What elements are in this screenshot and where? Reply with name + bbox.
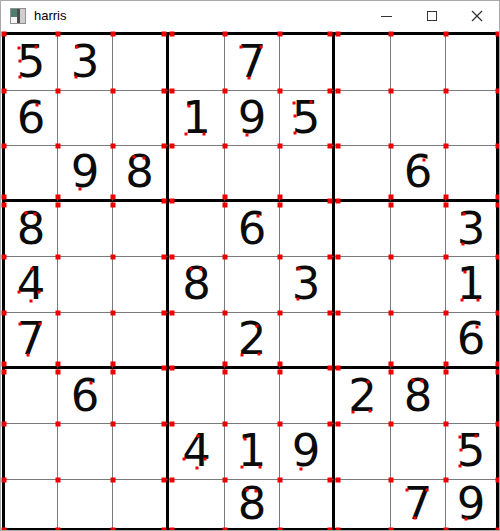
digit: 8 [17, 206, 46, 251]
digit: 8 [404, 373, 433, 418]
minimize-button[interactable] [364, 1, 409, 31]
digit-corner-mark [459, 465, 462, 468]
digit-corner-mark [190, 267, 193, 270]
digit: 9 [71, 149, 100, 194]
cell-r9c3 [113, 480, 169, 528]
cell-r3c7 [335, 146, 391, 202]
digit-corner-mark [411, 379, 414, 382]
cell-r5c9: 1 [446, 257, 496, 313]
digit: 6 [457, 316, 486, 361]
digit-corner-mark [239, 45, 242, 48]
cell-r5c1: 4 [5, 257, 58, 313]
digit-corner-mark [297, 268, 300, 271]
digit-corner-mark [204, 458, 207, 461]
cell-r6c9: 6 [446, 313, 496, 369]
cell-r1c5: 7 [225, 35, 280, 91]
digit-corner-mark [414, 516, 417, 519]
cell-r1c1: 5 [5, 35, 58, 91]
cell-r7c1 [5, 369, 58, 424]
cell-r2c6: 5 [280, 91, 335, 146]
cell-r1c7 [335, 35, 391, 91]
digit-corner-mark [293, 131, 296, 134]
cell-r9c9: 9 [446, 480, 496, 528]
digit: 6 [17, 95, 46, 140]
digit-corner-mark [248, 77, 251, 80]
digit: 6 [71, 373, 100, 418]
digit: 9 [457, 481, 486, 526]
cell-r2c2 [58, 91, 113, 146]
digit-corner-mark [24, 212, 27, 215]
cell-r2c1: 6 [5, 91, 58, 146]
cell-r9c6 [280, 480, 335, 528]
cell-r5c5 [225, 257, 280, 313]
digit-corner-mark [199, 268, 202, 271]
digit-corner-mark [75, 76, 78, 79]
cell-r8c6: 9 [280, 424, 335, 480]
maximize-icon [427, 11, 437, 21]
digit-corner-mark [78, 187, 81, 190]
cell-r4c4 [169, 202, 225, 257]
cell-r5c6: 3 [280, 257, 335, 313]
cell-r3c1 [5, 146, 58, 202]
digit-corner-mark [195, 467, 198, 470]
digit-corner-mark [35, 45, 38, 48]
cell-r3c8: 6 [391, 146, 446, 202]
digit-corner-mark [142, 156, 145, 159]
cell-r4c1: 8 [5, 202, 58, 257]
cell-r5c4: 8 [169, 257, 225, 313]
close-button[interactable] [454, 1, 499, 31]
cell-r1c2: 3 [58, 35, 113, 91]
digit-corner-mark [260, 45, 263, 48]
cell-r8c2 [58, 424, 113, 480]
digit-corner-mark [462, 242, 465, 245]
cell-r8c1 [5, 424, 58, 480]
digit-corner-mark [19, 59, 22, 62]
digit-corner-mark [188, 104, 191, 107]
cell-r8c9: 5 [446, 424, 496, 480]
window-title: harris [34, 1, 364, 31]
digit-corner-mark [423, 158, 426, 161]
cell-r8c4: 4 [169, 424, 225, 480]
digit-corner-mark [18, 46, 21, 49]
cell-r3c5 [225, 146, 280, 202]
digit-corner-mark [182, 457, 185, 460]
cell-r7c5 [225, 369, 280, 424]
digit-corner-mark [196, 435, 199, 438]
cell-r9c4 [169, 480, 225, 528]
digit-corner-mark [240, 466, 243, 469]
cell-r6c3 [113, 313, 169, 369]
cell-r4c5: 6 [225, 202, 280, 257]
cell-r3c9 [446, 146, 496, 202]
cell-r9c8: 7 [391, 480, 446, 528]
cell-r2c7 [335, 91, 391, 146]
cell-r7c6 [280, 369, 335, 424]
digit: 9 [238, 95, 267, 140]
cell-r4c7 [335, 202, 391, 257]
app-window: harris 537619598686348317266284195879 [0, 0, 500, 531]
digit-corner-mark [257, 215, 260, 218]
cell-r6c6 [280, 313, 335, 369]
cell-r9c2 [58, 480, 113, 528]
cell-r9c1 [5, 480, 58, 528]
cell-r2c5: 9 [225, 91, 280, 146]
cell-r2c3 [113, 91, 169, 146]
digit-corner-mark [459, 448, 462, 451]
digit: 9 [292, 428, 321, 473]
cell-r2c8 [391, 91, 446, 146]
cell-r6c1: 7 [5, 313, 58, 369]
digit-corner-mark [243, 437, 246, 440]
digit-corner-mark [475, 434, 478, 437]
digit-corner-mark [245, 489, 248, 492]
digit-corner-mark [293, 102, 296, 105]
cell-r7c3 [113, 369, 169, 424]
cell-r2c4: 1 [169, 91, 225, 146]
image-canvas: 537619598686348317266284195879 [1, 31, 499, 530]
cell-r4c8 [391, 202, 446, 257]
cell-r4c9: 3 [446, 202, 496, 257]
digit-corner-mark [256, 324, 259, 327]
digit-corner-mark [426, 489, 429, 492]
digit-corner-mark [367, 380, 370, 383]
digit-corner-mark [76, 46, 79, 49]
maximize-button[interactable] [409, 1, 454, 31]
cell-r1c3 [113, 35, 169, 91]
cell-r5c7 [335, 257, 391, 313]
digit-corner-mark [258, 353, 261, 356]
cell-r3c3: 8 [113, 146, 169, 202]
sudoku-board: 537619598686348317266284195879 [2, 32, 499, 530]
digit-corner-mark [258, 466, 261, 469]
digit-corner-mark [31, 268, 34, 271]
digit-corner-mark [30, 300, 33, 303]
digit-corner-mark [133, 156, 136, 159]
digit: 8 [238, 481, 267, 526]
cell-r8c7 [335, 424, 391, 480]
close-icon [471, 10, 483, 22]
digit-corner-mark [27, 353, 30, 356]
digit-corner-mark [294, 115, 297, 118]
digit-corner-mark [421, 379, 424, 382]
digit-corner-mark [18, 76, 21, 79]
app-icon [10, 8, 26, 24]
digit-corner-mark [90, 382, 93, 385]
digit: 8 [125, 149, 154, 194]
cell-r6c2 [58, 313, 113, 369]
cell-r8c5: 1 [225, 424, 280, 480]
digit: 7 [404, 481, 433, 526]
cell-r1c9 [446, 35, 496, 91]
cell-r1c4 [169, 35, 225, 91]
cell-r5c8 [391, 257, 446, 313]
digit-corner-mark [185, 132, 188, 135]
digit-corner-mark [463, 212, 466, 215]
digit: 8 [182, 261, 211, 306]
digit-corner-mark [405, 489, 408, 492]
cell-r7c2: 6 [58, 369, 113, 424]
cell-r6c7 [335, 313, 391, 369]
digit-corner-mark [18, 290, 21, 293]
cell-r5c2 [58, 257, 113, 313]
cell-r7c9 [446, 369, 496, 424]
cell-r6c5: 2 [225, 313, 280, 369]
digit-corner-mark [310, 101, 313, 104]
cell-r3c4 [169, 146, 225, 202]
digit-corner-mark [241, 354, 244, 357]
cell-r4c2 [58, 202, 113, 257]
title-bar[interactable]: harris [1, 1, 499, 31]
cell-r2c9 [446, 91, 496, 146]
digit: 6 [238, 206, 267, 251]
digit-corner-mark [38, 323, 41, 326]
digit-corner-mark [34, 212, 37, 215]
digit-corner-mark [476, 325, 479, 328]
cell-r3c2: 9 [58, 146, 113, 202]
digit-corner-mark [255, 489, 258, 492]
cell-r6c4 [169, 313, 225, 369]
digit-corner-mark [460, 299, 463, 302]
cell-r7c7: 2 [335, 369, 391, 424]
digit-corner-mark [458, 435, 461, 438]
digit: 6 [404, 149, 433, 194]
cell-r5c3 [113, 257, 169, 313]
digit-corner-mark [477, 299, 480, 302]
cell-r6c8 [391, 313, 446, 369]
cell-r9c7 [335, 480, 391, 528]
digit-corner-mark [463, 270, 466, 273]
digit-corner-mark [465, 517, 468, 520]
digit-corner-mark [38, 291, 41, 294]
cell-r1c6 [280, 35, 335, 91]
minimize-icon [381, 16, 392, 17]
cell-r3c6 [280, 146, 335, 202]
digit-corner-mark [368, 410, 371, 413]
cell-r8c8 [391, 424, 446, 480]
cell-r8c3 [113, 424, 169, 480]
digit-corner-mark [299, 467, 302, 470]
cell-r1c8 [391, 35, 446, 91]
digit-corner-mark [245, 133, 248, 136]
cell-r4c3 [113, 202, 169, 257]
digit-corner-mark [36, 104, 39, 107]
cell-r4c6 [280, 202, 335, 257]
digit-corner-mark [351, 411, 354, 414]
digit-corner-mark [203, 132, 206, 135]
cell-r7c4 [169, 369, 225, 424]
digit-corner-mark [296, 298, 299, 301]
cell-r7c8: 8 [391, 369, 446, 424]
cell-r9c5: 8 [225, 480, 280, 528]
digit-corner-mark [19, 323, 22, 326]
